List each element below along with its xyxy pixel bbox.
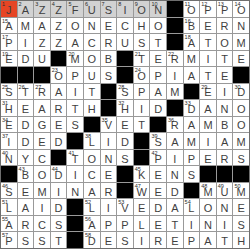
cell-letter: S bbox=[188, 170, 195, 181]
cell-r9c14[interactable]: A bbox=[217, 133, 233, 149]
cell-r5c8 bbox=[117, 67, 133, 83]
cell-r11c15 bbox=[233, 166, 249, 182]
cell-r3c12[interactable]: 18A bbox=[184, 34, 200, 50]
cell-r2c11 bbox=[167, 18, 183, 34]
cell-r8c14[interactable]: B bbox=[217, 117, 233, 133]
cell-r11c11[interactable]: N bbox=[167, 166, 183, 182]
cell-r13c9[interactable]: E bbox=[134, 199, 150, 215]
clue-number: 37 bbox=[2, 133, 8, 139]
clue-number: 51 bbox=[2, 199, 8, 205]
cell-r13c12[interactable]: 54L bbox=[184, 199, 200, 215]
cell-r2c8[interactable]: C bbox=[117, 18, 133, 34]
cell-letter: S bbox=[138, 38, 145, 49]
cell-r5c5[interactable]: P bbox=[67, 67, 83, 83]
cell-letter: A bbox=[188, 71, 195, 82]
cell-r13c8[interactable]: 53V bbox=[117, 199, 133, 215]
cell-r14c13[interactable]: N bbox=[200, 216, 216, 232]
cell-letter: O bbox=[71, 21, 80, 32]
cell-r3c11 bbox=[167, 34, 183, 50]
cell-r13c6[interactable]: 52L bbox=[84, 199, 100, 215]
cell-r10c15[interactable]: S bbox=[233, 150, 249, 166]
clue-number: 17 bbox=[2, 34, 8, 40]
cell-letter: Z bbox=[55, 21, 62, 32]
cell-letter: O bbox=[237, 120, 246, 131]
cell-r5c9[interactable]: 24O bbox=[134, 67, 150, 83]
cell-r15c11[interactable]: E bbox=[167, 232, 183, 248]
cell-r1c15[interactable]: 14O bbox=[233, 1, 249, 17]
cell-letter: I bbox=[123, 5, 126, 16]
cell-r9c9 bbox=[134, 133, 150, 149]
cell-r3c4[interactable]: Z bbox=[51, 34, 67, 50]
clue-number: 29 bbox=[201, 84, 207, 90]
cell-r4c9[interactable]: 21T bbox=[134, 51, 150, 67]
cell-r4c10[interactable]: E bbox=[150, 51, 166, 67]
cell-r8c5[interactable]: S bbox=[67, 117, 83, 133]
cell-r12c3[interactable]: M bbox=[34, 183, 50, 199]
cell-r4c7[interactable]: B bbox=[101, 51, 117, 67]
cell-r15c9[interactable]: I bbox=[134, 232, 150, 248]
cell-letter: P bbox=[188, 236, 195, 247]
cell-letter: U bbox=[121, 38, 129, 49]
cell-letter: I bbox=[107, 203, 110, 214]
cell-r1c3[interactable]: 3Z bbox=[34, 1, 50, 17]
cell-r15c15[interactable]: H bbox=[233, 232, 249, 248]
cell-letter: M bbox=[170, 87, 179, 98]
cell-letter: B bbox=[221, 120, 228, 131]
cell-r14c14[interactable]: I bbox=[217, 216, 233, 232]
cell-r7c15[interactable]: O bbox=[233, 100, 249, 116]
cell-r7c7 bbox=[101, 100, 117, 116]
cell-r9c4[interactable]: D bbox=[51, 133, 67, 149]
cell-r5c13[interactable]: T bbox=[200, 67, 216, 83]
cell-r11c3[interactable]: O bbox=[34, 166, 50, 182]
cell-r7c4[interactable]: R bbox=[51, 100, 67, 116]
cell-r9c5 bbox=[67, 133, 83, 149]
cell-letter: H bbox=[237, 236, 245, 247]
cell-r12c2[interactable]: E bbox=[18, 183, 34, 199]
cell-r5c4[interactable]: 23O bbox=[51, 67, 67, 83]
cell-r7c10[interactable]: D bbox=[150, 100, 166, 116]
cell-r9c12[interactable]: M bbox=[184, 133, 200, 149]
cell-r5c6[interactable]: U bbox=[84, 67, 100, 83]
cell-r4c6[interactable]: O bbox=[84, 51, 100, 67]
clue-number: 13 bbox=[218, 1, 224, 7]
cell-r10c2[interactable]: Y bbox=[18, 150, 34, 166]
cell-r10c7[interactable]: N bbox=[101, 150, 117, 166]
cell-r12c11[interactable]: D bbox=[167, 183, 183, 199]
cell-r2c7[interactable]: E bbox=[101, 18, 117, 34]
cell-r6c14[interactable]: I bbox=[217, 84, 233, 100]
cell-r8c15[interactable]: O bbox=[233, 117, 249, 133]
cell-r5c12[interactable]: A bbox=[184, 67, 200, 83]
cell-letter: U bbox=[88, 5, 96, 16]
cell-r1c14[interactable]: 13P bbox=[217, 1, 233, 17]
cell-letter: R bbox=[221, 21, 229, 32]
cell-letter: O bbox=[204, 203, 213, 214]
cell-r6c5[interactable]: I bbox=[67, 84, 83, 100]
cell-r3c8[interactable]: U bbox=[117, 34, 133, 50]
cell-r12c15[interactable]: 50M bbox=[233, 183, 249, 199]
cell-r12c9[interactable]: 47W bbox=[134, 183, 150, 199]
cell-letter: A bbox=[72, 38, 79, 49]
clue-number: 40 bbox=[2, 150, 8, 156]
cell-letter: H bbox=[88, 104, 96, 115]
cell-r8c8[interactable]: E bbox=[117, 117, 133, 133]
cell-r14c15[interactable]: S bbox=[233, 216, 249, 232]
cell-letter: Z bbox=[39, 5, 46, 16]
cell-r2c2[interactable]: M bbox=[18, 18, 34, 34]
cell-r8c7[interactable]: 35V bbox=[101, 117, 117, 133]
cell-r10c8[interactable]: S bbox=[117, 150, 133, 166]
clue-number: 34 bbox=[2, 117, 8, 123]
cell-r5c7[interactable]: S bbox=[101, 67, 117, 83]
cell-r7c5[interactable]: T bbox=[67, 100, 83, 116]
cell-r8c3[interactable]: G bbox=[34, 117, 50, 133]
cell-r11c12[interactable]: S bbox=[184, 166, 200, 182]
cell-r2c14[interactable]: R bbox=[217, 18, 233, 34]
cell-r6c10[interactable]: A bbox=[150, 84, 166, 100]
cell-letter: T bbox=[171, 220, 178, 231]
clue-number: 27 bbox=[35, 84, 41, 90]
cell-r14c2[interactable]: R bbox=[18, 216, 34, 232]
cell-r14c10[interactable]: E bbox=[150, 216, 166, 232]
clue-number: 14 bbox=[234, 1, 240, 7]
cell-r9c11[interactable]: A bbox=[167, 133, 183, 149]
cell-letter: S bbox=[121, 236, 128, 247]
cell-r9c7[interactable]: I bbox=[101, 133, 117, 149]
cell-r1c12[interactable]: 11O bbox=[184, 1, 200, 17]
clue-number: 55 bbox=[2, 216, 8, 222]
cell-r3c9[interactable]: S bbox=[134, 34, 150, 50]
cell-r6c8[interactable]: 28S bbox=[117, 84, 133, 100]
cell-r4c1[interactable]: 19E bbox=[1, 51, 17, 67]
cell-letter: A bbox=[88, 187, 95, 198]
cell-letter: O bbox=[137, 5, 146, 16]
cell-r14c3[interactable]: C bbox=[34, 216, 50, 232]
cell-r3c14[interactable]: O bbox=[217, 34, 233, 50]
cell-r14c6[interactable]: 56A bbox=[84, 216, 100, 232]
cell-r4c11[interactable]: 22R bbox=[167, 51, 183, 67]
clue-number: 16 bbox=[185, 18, 191, 24]
cell-r2c9[interactable]: H bbox=[134, 18, 150, 34]
cell-letter: T bbox=[88, 87, 95, 98]
cell-r7c3[interactable]: A bbox=[34, 100, 50, 116]
clue-number: 1 bbox=[2, 1, 5, 7]
cell-r6c4[interactable]: A bbox=[51, 84, 67, 100]
cell-r13c3[interactable]: I bbox=[34, 199, 50, 215]
cell-r5c10[interactable]: P bbox=[150, 67, 166, 83]
cell-r14c1[interactable]: 55A bbox=[1, 216, 17, 232]
cell-r7c1[interactable]: 31H bbox=[1, 100, 17, 116]
cell-letter: D bbox=[21, 54, 29, 65]
cell-r9c3[interactable]: E bbox=[34, 133, 50, 149]
cell-letter: P bbox=[72, 71, 79, 82]
clue-number: 38 bbox=[85, 133, 91, 139]
clue-number: 39 bbox=[151, 133, 157, 139]
cell-r2c3[interactable]: A bbox=[34, 18, 50, 34]
cell-r3c13[interactable]: T bbox=[200, 34, 216, 50]
cell-r1c11 bbox=[167, 1, 183, 17]
cell-letter: M bbox=[187, 137, 196, 148]
cell-letter: E bbox=[221, 71, 228, 82]
cell-letter: M bbox=[203, 120, 212, 131]
cell-r1c10[interactable]: 10N bbox=[150, 1, 166, 17]
cell-letter: S bbox=[22, 236, 29, 247]
cell-r14c7[interactable]: P bbox=[101, 216, 117, 232]
cell-letter: R bbox=[104, 38, 112, 49]
cell-r1c7[interactable]: 7S bbox=[101, 1, 117, 17]
cell-r15c6[interactable]: 58D bbox=[84, 232, 100, 248]
cell-letter: O bbox=[220, 38, 229, 49]
cell-letter: T bbox=[205, 38, 212, 49]
cell-r14c8[interactable]: P bbox=[117, 216, 133, 232]
cell-r15c13[interactable]: A bbox=[200, 232, 216, 248]
cell-r12c14[interactable]: 49U bbox=[217, 183, 233, 199]
clue-number: 12 bbox=[201, 1, 207, 7]
cell-letter: C bbox=[38, 220, 46, 231]
cell-letter: A bbox=[221, 137, 228, 148]
cell-r10c3[interactable]: C bbox=[34, 150, 50, 166]
cell-letter: I bbox=[74, 170, 77, 181]
cell-r2c1[interactable]: 15A bbox=[1, 18, 17, 34]
cell-r15c1[interactable]: 57P bbox=[1, 232, 17, 248]
cell-r15c7[interactable]: E bbox=[101, 232, 117, 248]
cell-letter: D bbox=[21, 137, 29, 148]
cell-r9c15[interactable]: M bbox=[233, 133, 249, 149]
cell-r3c10[interactable]: T bbox=[150, 34, 166, 50]
cell-r7c9[interactable]: I bbox=[134, 100, 150, 116]
cell-r11c9[interactable]: 45K bbox=[134, 166, 150, 182]
cell-letter: N bbox=[237, 21, 245, 32]
cell-r6c13[interactable]: 29E bbox=[200, 84, 216, 100]
cell-r10c14[interactable]: R bbox=[217, 150, 233, 166]
cell-r6c2[interactable]: 26T bbox=[18, 84, 34, 100]
cell-r5c14[interactable]: E bbox=[217, 67, 233, 83]
cell-r10c11[interactable]: I bbox=[167, 150, 183, 166]
cell-r12c1[interactable]: 46S bbox=[1, 183, 17, 199]
cell-letter: D bbox=[121, 137, 129, 148]
cell-r6c11[interactable]: M bbox=[167, 84, 183, 100]
cell-r3c15[interactable]: M bbox=[233, 34, 249, 50]
cell-r6c1[interactable]: 25S bbox=[1, 84, 17, 100]
cell-letter: R bbox=[55, 104, 63, 115]
cell-r7c12[interactable]: 33D bbox=[184, 100, 200, 116]
cell-r8c13[interactable]: M bbox=[200, 117, 216, 133]
cell-r14c4[interactable]: S bbox=[51, 216, 67, 232]
cell-letter: I bbox=[173, 71, 176, 82]
cell-letter: M bbox=[21, 21, 30, 32]
cell-letter: A bbox=[204, 236, 211, 247]
cell-r11c4[interactable]: 44D bbox=[51, 166, 67, 182]
cell-letter: I bbox=[173, 154, 176, 165]
cell-r15c3[interactable]: S bbox=[34, 232, 50, 248]
cell-letter: A bbox=[38, 104, 45, 115]
cell-r1c6[interactable]: 6U bbox=[84, 1, 100, 17]
cell-letter: D bbox=[154, 203, 162, 214]
cell-r3c3[interactable]: Z bbox=[34, 34, 50, 50]
cell-r7c14[interactable]: N bbox=[217, 100, 233, 116]
cell-r8c1[interactable]: 34E bbox=[1, 117, 17, 133]
cell-r14c12[interactable]: I bbox=[184, 216, 200, 232]
cell-r15c4[interactable]: T bbox=[51, 232, 67, 248]
cell-r4c12[interactable]: M bbox=[184, 51, 200, 67]
cell-r13c14[interactable]: N bbox=[217, 199, 233, 215]
cell-r9c6[interactable]: 38L bbox=[84, 133, 100, 149]
cell-letter: P bbox=[105, 220, 112, 231]
cell-r13c1[interactable]: 51L bbox=[1, 199, 17, 215]
cell-r12c5[interactable]: N bbox=[67, 183, 83, 199]
cell-r11c1 bbox=[1, 166, 17, 182]
cell-r4c2[interactable]: D bbox=[18, 51, 34, 67]
clue-number: 49 bbox=[218, 183, 224, 189]
cell-r4c5[interactable]: 20M bbox=[67, 51, 83, 67]
cell-r8c11[interactable]: 36R bbox=[167, 117, 183, 133]
cell-letter: E bbox=[22, 187, 29, 198]
cell-r6c15[interactable]: 30D bbox=[233, 84, 249, 100]
cell-r11c10[interactable]: E bbox=[150, 166, 166, 182]
cell-r1c13[interactable]: 12P bbox=[200, 1, 216, 17]
cell-r2c4[interactable]: Z bbox=[51, 18, 67, 34]
cell-letter: I bbox=[57, 187, 60, 198]
cell-r2c5[interactable]: O bbox=[67, 18, 83, 34]
cell-r8c12[interactable]: A bbox=[184, 117, 200, 133]
cell-letter: J bbox=[6, 5, 12, 16]
cell-r15c12[interactable]: P bbox=[184, 232, 200, 248]
cell-r14c11[interactable]: T bbox=[167, 216, 183, 232]
cell-r4c14[interactable]: T bbox=[217, 51, 233, 67]
cell-r4c13[interactable]: I bbox=[200, 51, 216, 67]
cell-r13c11[interactable]: A bbox=[167, 199, 183, 215]
cell-r1c2[interactable]: 2A bbox=[18, 1, 34, 17]
cell-r1c4[interactable]: 4Z bbox=[51, 1, 67, 17]
cell-letter: B bbox=[105, 54, 112, 65]
cell-r1c8[interactable]: 8I bbox=[117, 1, 133, 17]
cell-r11c7[interactable]: E bbox=[101, 166, 117, 182]
cell-r7c8[interactable]: 32H bbox=[117, 100, 133, 116]
cell-r9c10[interactable]: 39S bbox=[150, 133, 166, 149]
cell-r3c5[interactable]: A bbox=[67, 34, 83, 50]
cell-r4c3[interactable]: U bbox=[34, 51, 50, 67]
cell-r13c10[interactable]: D bbox=[150, 199, 166, 215]
cell-letter: U bbox=[38, 54, 46, 65]
cell-r7c2[interactable]: E bbox=[18, 100, 34, 116]
cell-r15c2[interactable]: S bbox=[18, 232, 34, 248]
cell-r12c7[interactable]: R bbox=[101, 183, 117, 199]
cell-letter: O bbox=[88, 154, 97, 165]
clue-number: 19 bbox=[2, 51, 8, 57]
cell-r11c6[interactable]: C bbox=[84, 166, 100, 182]
cell-letter: E bbox=[204, 21, 211, 32]
cell-r15c10[interactable]: R bbox=[150, 232, 166, 248]
cell-r9c2[interactable]: D bbox=[18, 133, 34, 149]
cell-r5c11[interactable]: I bbox=[167, 67, 183, 83]
clue-number: 36 bbox=[168, 117, 174, 123]
cell-r12c4[interactable]: I bbox=[51, 183, 67, 199]
cell-r6c9[interactable]: P bbox=[134, 84, 150, 100]
cell-r8c9[interactable]: T bbox=[134, 117, 150, 133]
cell-letter: R bbox=[21, 220, 29, 231]
cell-letter: I bbox=[140, 104, 143, 115]
cell-r12c6[interactable]: A bbox=[84, 183, 100, 199]
cell-r14c9[interactable]: L bbox=[134, 216, 150, 232]
crossword-grid: 1J2A3Z4Z5F6U7S8I9O10N11O12P13P14O15AMAZO… bbox=[0, 0, 250, 249]
cell-r15c8[interactable]: S bbox=[117, 232, 133, 248]
cell-r3c7[interactable]: R bbox=[101, 34, 117, 50]
cell-letter: Z bbox=[39, 38, 46, 49]
cell-r13c4[interactable]: D bbox=[51, 199, 67, 215]
cell-r2c13[interactable]: E bbox=[200, 18, 216, 34]
cell-letter: E bbox=[55, 120, 62, 131]
cell-r11c2[interactable]: 43B bbox=[18, 166, 34, 182]
cell-r10c1[interactable]: 40N bbox=[1, 150, 17, 166]
cell-r8c2[interactable]: D bbox=[18, 117, 34, 133]
cell-r10c12[interactable]: P bbox=[184, 150, 200, 166]
cell-r10c10[interactable]: 42P bbox=[150, 150, 166, 166]
cell-r1c1[interactable]: 1J bbox=[1, 1, 17, 17]
cell-letter: S bbox=[38, 236, 45, 247]
cell-r3c1[interactable]: 17P bbox=[1, 34, 17, 50]
cell-r13c15[interactable]: E bbox=[233, 199, 249, 215]
cell-r2c12[interactable]: 16B bbox=[184, 18, 200, 34]
cell-letter: M bbox=[37, 187, 46, 198]
cell-r3c2[interactable]: I bbox=[18, 34, 34, 50]
cell-r12c10[interactable]: E bbox=[150, 183, 166, 199]
cell-r3c6[interactable]: C bbox=[84, 34, 100, 50]
cell-r11c8 bbox=[117, 166, 133, 182]
cell-r9c1[interactable]: 37I bbox=[1, 133, 17, 149]
cell-letter: N bbox=[221, 203, 229, 214]
cell-letter: D bbox=[55, 203, 63, 214]
cell-r7c6[interactable]: H bbox=[84, 100, 100, 116]
cell-letter: M bbox=[237, 38, 246, 49]
cell-r8c10 bbox=[150, 117, 166, 133]
cell-letter: N bbox=[204, 220, 212, 231]
cell-r7c13[interactable]: A bbox=[200, 100, 216, 116]
cell-letter: P bbox=[188, 154, 195, 165]
cell-r12c8 bbox=[117, 183, 133, 199]
cell-r1c5[interactable]: 5F bbox=[67, 1, 83, 17]
cell-r4c15[interactable]: E bbox=[233, 51, 249, 67]
cell-r12c13[interactable]: 48M bbox=[200, 183, 216, 199]
clue-number: 3 bbox=[35, 1, 38, 7]
cell-letter: I bbox=[74, 87, 77, 98]
cell-r10c13[interactable]: E bbox=[200, 150, 216, 166]
cell-letter: C bbox=[38, 154, 46, 165]
cell-r2c10[interactable]: O bbox=[150, 18, 166, 34]
cell-r13c2[interactable]: A bbox=[18, 199, 34, 215]
cell-r8c4[interactable]: E bbox=[51, 117, 67, 133]
cell-r10c5[interactable]: 41T bbox=[67, 150, 83, 166]
cell-r11c5[interactable]: I bbox=[67, 166, 83, 182]
cell-letter: E bbox=[105, 236, 112, 247]
cell-r13c7[interactable]: I bbox=[101, 199, 117, 215]
cell-r6c3[interactable]: 27R bbox=[34, 84, 50, 100]
cell-r2c15[interactable]: N bbox=[233, 18, 249, 34]
cell-letter: A bbox=[38, 21, 45, 32]
cell-r15c14[interactable]: T bbox=[217, 232, 233, 248]
clue-number: 41 bbox=[68, 150, 74, 156]
cell-letter: P bbox=[138, 87, 145, 98]
cell-letter: S bbox=[238, 220, 245, 231]
cell-r1c9[interactable]: 9O bbox=[134, 1, 150, 17]
cell-r2c6[interactable]: N bbox=[84, 18, 100, 34]
cell-r9c8[interactable]: D bbox=[117, 133, 133, 149]
cell-r13c13[interactable]: O bbox=[200, 199, 216, 215]
cell-letter: I bbox=[40, 203, 43, 214]
cell-r10c6[interactable]: O bbox=[84, 150, 100, 166]
cell-r6c6[interactable]: T bbox=[84, 84, 100, 100]
cell-r9c13[interactable]: I bbox=[200, 133, 216, 149]
